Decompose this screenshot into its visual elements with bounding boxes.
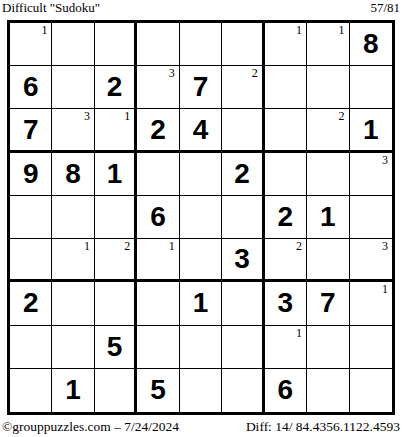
cell-value: 7 xyxy=(320,289,336,317)
sudoku-cell-r8c4[interactable] xyxy=(137,326,179,369)
cell-value: 3 xyxy=(278,289,294,317)
sudoku-cell-r4c6[interactable]: 2 xyxy=(222,153,264,196)
sudoku-cell-r3c3[interactable]: 1 xyxy=(95,109,137,152)
cell-value: 5 xyxy=(150,376,166,404)
sudoku-cell-r6c5[interactable] xyxy=(180,239,222,282)
cell-value: 2 xyxy=(234,160,250,188)
sudoku-cell-r9c6[interactable] xyxy=(222,369,264,412)
sudoku-cell-r1c1[interactable]: 1 xyxy=(10,23,52,66)
cell-value: 2 xyxy=(278,203,294,231)
pencil-mark: 3 xyxy=(169,67,175,79)
cell-value: 2 xyxy=(107,73,123,101)
sudoku-cell-r2c8[interactable] xyxy=(307,66,349,109)
sudoku-cell-r9c8[interactable] xyxy=(307,369,349,412)
sudoku-cell-r9c3[interactable] xyxy=(95,369,137,412)
sudoku-cell-r6c6[interactable]: 3 xyxy=(222,239,264,282)
pencil-mark: 2 xyxy=(252,67,258,79)
sudoku-cell-r3c1[interactable]: 7 xyxy=(10,109,52,152)
cell-value: 3 xyxy=(234,245,250,273)
sudoku-cell-r6c2[interactable]: 1 xyxy=(52,239,94,282)
pencil-mark: 1 xyxy=(296,24,302,36)
sudoku-cell-r3c9[interactable]: 1 xyxy=(350,109,392,152)
sudoku-cell-r1c6[interactable] xyxy=(222,23,264,66)
sudoku-cell-r2c1[interactable]: 6 xyxy=(10,66,52,109)
cell-value: 9 xyxy=(23,160,39,188)
sudoku-cell-r3c2[interactable]: 3 xyxy=(52,109,94,152)
sudoku-cell-r8c2[interactable] xyxy=(52,326,94,369)
header: Difficult "Sudoku" 57/81 xyxy=(2,0,400,16)
pencil-mark: 1 xyxy=(84,240,90,252)
sudoku-cell-r9c1[interactable] xyxy=(10,369,52,412)
sudoku-cell-r1c8[interactable]: 1 xyxy=(307,23,349,66)
pencil-mark: 1 xyxy=(169,240,175,252)
sudoku-cell-r6c9[interactable]: 3 xyxy=(350,239,392,282)
cell-value: 2 xyxy=(150,116,166,144)
sudoku-grid: 1118623727312421981236211213232137151156 xyxy=(7,20,395,415)
sudoku-cell-r2c3[interactable]: 2 xyxy=(95,66,137,109)
sudoku-cell-r3c4[interactable]: 2 xyxy=(137,109,179,152)
sudoku-page: Difficult "Sudoku" 57/81 111862372731242… xyxy=(0,0,402,437)
sudoku-cell-r1c9[interactable]: 8 xyxy=(350,23,392,66)
sudoku-cell-r8c6[interactable] xyxy=(222,326,264,369)
cell-value: 8 xyxy=(65,160,81,188)
sudoku-cell-r9c5[interactable] xyxy=(180,369,222,412)
sudoku-cell-r1c2[interactable] xyxy=(52,23,94,66)
sudoku-cell-r7c5[interactable]: 1 xyxy=(180,282,222,325)
pencil-mark: 1 xyxy=(124,110,130,122)
sudoku-cell-r2c5[interactable]: 7 xyxy=(180,66,222,109)
sudoku-cell-r3c7[interactable] xyxy=(265,109,307,152)
sudoku-cell-r1c7[interactable]: 1 xyxy=(265,23,307,66)
pencil-mark: 2 xyxy=(124,240,130,252)
sudoku-cell-r1c4[interactable] xyxy=(137,23,179,66)
page-title: Difficult "Sudoku" xyxy=(2,0,100,16)
difficulty-code: Diff: 14/ 84.4356.1122.4593 xyxy=(246,419,400,435)
sudoku-cell-r1c5[interactable] xyxy=(180,23,222,66)
sudoku-cell-r5c3[interactable] xyxy=(95,196,137,239)
copyright-date: ©grouppuzzles.com – 7/24/2024 xyxy=(2,419,179,435)
sudoku-cell-r5c8[interactable]: 1 xyxy=(307,196,349,239)
sudoku-cell-r2c6[interactable]: 2 xyxy=(222,66,264,109)
sudoku-cell-r7c6[interactable] xyxy=(222,282,264,325)
pencil-mark: 3 xyxy=(382,154,388,166)
sudoku-cell-r2c7[interactable] xyxy=(265,66,307,109)
sudoku-cell-r5c1[interactable] xyxy=(10,196,52,239)
sudoku-cell-r3c5[interactable]: 4 xyxy=(180,109,222,152)
pencil-mark: 2 xyxy=(296,240,302,252)
sudoku-cell-r7c8[interactable]: 7 xyxy=(307,282,349,325)
sudoku-cell-r5c9[interactable] xyxy=(350,196,392,239)
sudoku-cell-r4c7[interactable] xyxy=(265,153,307,196)
sudoku-cell-r6c8[interactable] xyxy=(307,239,349,282)
sudoku-cell-r6c7[interactable]: 2 xyxy=(265,239,307,282)
cell-value: 1 xyxy=(363,116,379,144)
footer: ©grouppuzzles.com – 7/24/2024 Diff: 14/ … xyxy=(2,419,400,435)
sudoku-cell-r9c7[interactable]: 6 xyxy=(265,369,307,412)
sudoku-cell-r1c3[interactable] xyxy=(95,23,137,66)
pencil-mark: 3 xyxy=(382,240,388,252)
sudoku-cell-r7c4[interactable] xyxy=(137,282,179,325)
pencil-mark: 1 xyxy=(339,24,345,36)
sudoku-cell-r5c4[interactable]: 6 xyxy=(137,196,179,239)
sudoku-cell-r8c9[interactable] xyxy=(350,326,392,369)
cell-value: 4 xyxy=(193,116,209,144)
sudoku-cell-r3c8[interactable]: 2 xyxy=(307,109,349,152)
sudoku-cell-r4c1[interactable]: 9 xyxy=(10,153,52,196)
sudoku-cell-r2c9[interactable] xyxy=(350,66,392,109)
pencil-mark: 1 xyxy=(382,283,388,295)
cell-value: 7 xyxy=(23,116,39,144)
sudoku-cell-r8c7[interactable]: 1 xyxy=(265,326,307,369)
cell-value: 6 xyxy=(23,73,39,101)
sudoku-cell-r3c6[interactable] xyxy=(222,109,264,152)
sudoku-cell-r4c8[interactable] xyxy=(307,153,349,196)
sudoku-cell-r6c3[interactable]: 2 xyxy=(95,239,137,282)
sudoku-cell-r7c1[interactable]: 2 xyxy=(10,282,52,325)
cell-value: 1 xyxy=(320,203,336,231)
progress-counter: 57/81 xyxy=(370,0,400,16)
cell-value: 1 xyxy=(193,289,209,317)
sudoku-cell-r4c5[interactable] xyxy=(180,153,222,196)
sudoku-cell-r5c2[interactable] xyxy=(52,196,94,239)
cell-value: 6 xyxy=(150,203,166,231)
sudoku-cell-r4c3[interactable]: 1 xyxy=(95,153,137,196)
sudoku-cell-r6c1[interactable] xyxy=(10,239,52,282)
sudoku-cell-r9c9[interactable] xyxy=(350,369,392,412)
sudoku-cell-r9c4[interactable]: 5 xyxy=(137,369,179,412)
pencil-mark: 1 xyxy=(41,24,47,36)
sudoku-cell-r4c9[interactable]: 3 xyxy=(350,153,392,196)
sudoku-cell-r2c2[interactable] xyxy=(52,66,94,109)
cell-value: 2 xyxy=(23,289,39,317)
sudoku-cell-r7c3[interactable] xyxy=(95,282,137,325)
cell-value: 8 xyxy=(363,30,379,58)
sudoku-cell-r9c2[interactable]: 1 xyxy=(52,369,94,412)
sudoku-cell-r5c6[interactable] xyxy=(222,196,264,239)
sudoku-cell-r2c4[interactable]: 3 xyxy=(137,66,179,109)
cell-value: 7 xyxy=(193,73,209,101)
sudoku-cell-r8c8[interactable] xyxy=(307,326,349,369)
sudoku-cell-r4c2[interactable]: 8 xyxy=(52,153,94,196)
pencil-mark: 2 xyxy=(339,110,345,122)
cell-value: 5 xyxy=(107,333,123,361)
sudoku-cell-r5c5[interactable] xyxy=(180,196,222,239)
pencil-mark: 3 xyxy=(84,110,90,122)
sudoku-cell-r6c4[interactable]: 1 xyxy=(137,239,179,282)
pencil-mark: 1 xyxy=(296,327,302,339)
sudoku-cell-r7c2[interactable] xyxy=(52,282,94,325)
sudoku-cell-r8c5[interactable] xyxy=(180,326,222,369)
cell-value: 1 xyxy=(65,376,81,404)
sudoku-cell-r8c1[interactable] xyxy=(10,326,52,369)
cell-value: 1 xyxy=(107,160,123,188)
sudoku-cell-r8c3[interactable]: 5 xyxy=(95,326,137,369)
sudoku-cell-r5c7[interactable]: 2 xyxy=(265,196,307,239)
sudoku-cell-r7c9[interactable]: 1 xyxy=(350,282,392,325)
sudoku-cell-r4c4[interactable] xyxy=(137,153,179,196)
sudoku-cell-r7c7[interactable]: 3 xyxy=(265,282,307,325)
cell-value: 6 xyxy=(278,376,294,404)
